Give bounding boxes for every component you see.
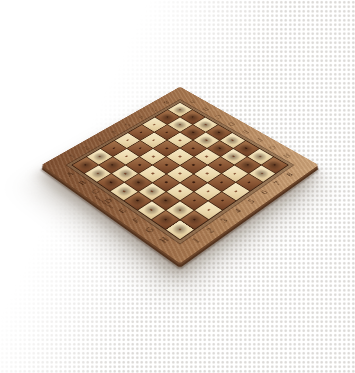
photo-scene: ♜♞♝♛♚♝♞♜♟♟♟♟♟♟♟♟♟♟♟♟♟♟♟♟♜♞♝♛♚♝♞♜ AA11BB2… xyxy=(0,0,355,373)
file-label-d-text: D xyxy=(103,197,115,205)
rank-label-2-text: 2 xyxy=(205,226,216,234)
black-pawn-glyph: ♟ xyxy=(244,147,280,176)
rank-label-far-5-text: 5 xyxy=(123,121,133,127)
white-rook-glyph: ♜ xyxy=(161,193,199,232)
rank-label-5-text: 5 xyxy=(246,198,257,205)
file-label-a-text: A xyxy=(64,170,76,178)
rank-label-far-6-text: 6 xyxy=(136,114,145,120)
file-label-h-text: H xyxy=(158,236,171,245)
file-label-b-text: B xyxy=(77,179,88,186)
rank-label-1-text: 1 xyxy=(190,236,201,244)
rank-label-8-text: 8 xyxy=(284,171,295,178)
file-label-e-text: E xyxy=(116,207,127,215)
file-label-g-text: G xyxy=(143,226,156,235)
rank-label-7-text: 7 xyxy=(272,180,283,187)
file-label-f-text: F xyxy=(130,216,141,224)
rank-label-6-text: 6 xyxy=(259,189,270,196)
rank-label-4-text: 4 xyxy=(233,207,244,214)
file-label-c-text: C xyxy=(90,188,102,196)
rank-label-3-text: 3 xyxy=(219,216,230,223)
